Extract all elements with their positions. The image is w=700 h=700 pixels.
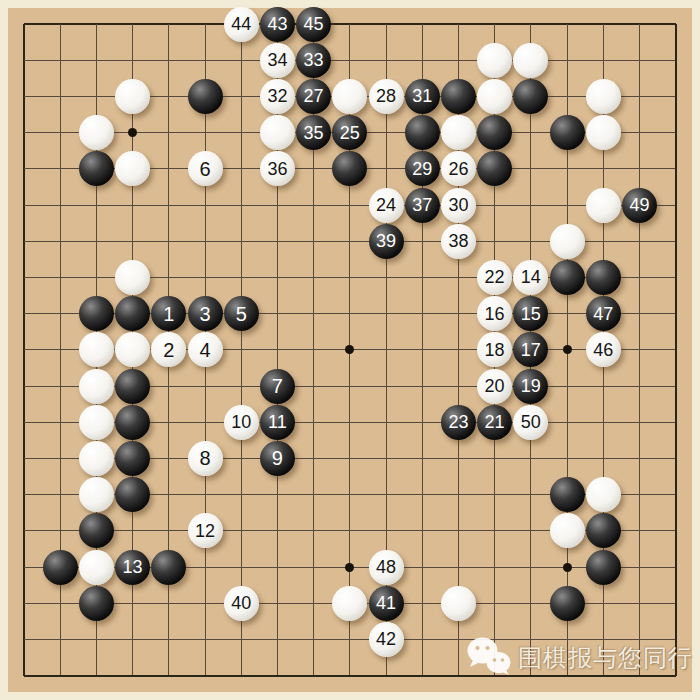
stone-white-44: 44	[224, 7, 259, 42]
stone-black-25: 25	[332, 115, 367, 150]
stone-black-15: 15	[513, 296, 548, 331]
stone-white	[79, 405, 114, 440]
move-number: 37	[412, 196, 432, 214]
stone-black-45: 45	[296, 7, 331, 42]
stone-white	[79, 550, 114, 585]
stone-white	[115, 332, 150, 367]
move-number: 32	[267, 87, 287, 105]
stone-white	[332, 79, 367, 114]
move-number: 44	[231, 15, 251, 33]
stone-black	[332, 151, 367, 186]
stone-black-11: 11	[260, 405, 295, 440]
move-number: 34	[267, 51, 287, 69]
move-number: 45	[304, 15, 324, 33]
move-number: 13	[123, 558, 143, 576]
stone-white-26: 26	[441, 151, 476, 186]
move-number: 29	[412, 160, 432, 178]
stone-black-39: 39	[369, 224, 404, 259]
move-number: 38	[448, 232, 468, 250]
stone-black	[477, 115, 512, 150]
move-number: 31	[412, 87, 432, 105]
stones-layer: 4443453433322728313525636292624373049393…	[0, 0, 700, 700]
move-number: 25	[340, 124, 360, 142]
stone-black	[586, 550, 621, 585]
stone-black-9: 9	[260, 441, 295, 476]
stone-white-14: 14	[513, 260, 548, 295]
move-number: 8	[199, 448, 210, 468]
stone-white-32: 32	[260, 79, 295, 114]
stone-white-24: 24	[369, 188, 404, 223]
move-number: 16	[485, 305, 505, 323]
move-number: 17	[521, 341, 541, 359]
stone-black	[79, 296, 114, 331]
move-number: 26	[448, 160, 468, 178]
stone-black-21: 21	[477, 405, 512, 440]
stone-black-33: 33	[296, 43, 331, 78]
move-number: 33	[304, 51, 324, 69]
stone-white-50: 50	[513, 405, 548, 440]
stone-white	[332, 586, 367, 621]
move-number: 18	[485, 341, 505, 359]
move-number: 6	[199, 159, 210, 179]
stone-white	[441, 115, 476, 150]
move-number: 9	[272, 448, 283, 468]
move-number: 27	[304, 87, 324, 105]
stone-black-47: 47	[586, 296, 621, 331]
move-number: 2	[163, 340, 174, 360]
stone-white-46: 46	[586, 332, 621, 367]
wechat-icon	[466, 636, 512, 680]
stone-white	[115, 260, 150, 295]
stone-white-18: 18	[477, 332, 512, 367]
go-diagram-screenshot: 4443453433322728313525636292624373049393…	[0, 0, 700, 700]
move-number: 30	[448, 196, 468, 214]
move-number: 22	[485, 268, 505, 286]
stone-black-37: 37	[405, 188, 440, 223]
stone-white	[79, 441, 114, 476]
stone-black	[115, 441, 150, 476]
stone-black	[79, 586, 114, 621]
stone-black-35: 35	[296, 115, 331, 150]
move-number: 12	[195, 522, 215, 540]
stone-white	[79, 477, 114, 512]
move-number: 28	[376, 87, 396, 105]
stone-black-23: 23	[441, 405, 476, 440]
stone-black-13: 13	[115, 550, 150, 585]
stone-black	[550, 115, 585, 150]
move-number: 21	[485, 413, 505, 431]
move-number: 43	[267, 15, 287, 33]
stone-white	[115, 79, 150, 114]
stone-black-17: 17	[513, 332, 548, 367]
stone-black	[115, 369, 150, 404]
stone-black	[441, 79, 476, 114]
stone-black	[550, 477, 585, 512]
stone-black	[115, 477, 150, 512]
stone-white-20: 20	[477, 369, 512, 404]
stone-white-48: 48	[369, 550, 404, 585]
stone-white-34: 34	[260, 43, 295, 78]
stone-white	[586, 79, 621, 114]
stone-white	[477, 43, 512, 78]
move-number: 42	[376, 630, 396, 648]
stone-white-40: 40	[224, 586, 259, 621]
stone-black-49: 49	[622, 188, 657, 223]
stone-white	[550, 513, 585, 548]
stone-white-12: 12	[188, 513, 223, 548]
stone-black	[586, 260, 621, 295]
stone-white	[586, 188, 621, 223]
move-number: 39	[376, 232, 396, 250]
stone-black	[151, 550, 186, 585]
stone-black-27: 27	[296, 79, 331, 114]
stone-black	[43, 550, 78, 585]
stone-black	[550, 260, 585, 295]
stone-black	[405, 115, 440, 150]
move-number: 46	[593, 341, 613, 359]
move-number: 24	[376, 196, 396, 214]
move-number: 23	[448, 413, 468, 431]
move-number: 7	[272, 376, 283, 396]
stone-black-31: 31	[405, 79, 440, 114]
stone-black	[79, 151, 114, 186]
move-number: 36	[267, 160, 287, 178]
stone-black	[115, 405, 150, 440]
stone-white-22: 22	[477, 260, 512, 295]
stone-black-19: 19	[513, 369, 548, 404]
stone-black-3: 3	[188, 296, 223, 331]
move-number: 4	[199, 340, 210, 360]
stone-black	[477, 151, 512, 186]
stone-black	[115, 296, 150, 331]
stone-white	[550, 224, 585, 259]
stone-white	[79, 369, 114, 404]
stone-black-41: 41	[369, 586, 404, 621]
stone-white	[586, 115, 621, 150]
stone-white-36: 36	[260, 151, 295, 186]
stone-white	[79, 332, 114, 367]
move-number: 49	[629, 196, 649, 214]
stone-black	[586, 513, 621, 548]
stone-white-6: 6	[188, 151, 223, 186]
stone-black-5: 5	[224, 296, 259, 331]
move-number: 41	[376, 594, 396, 612]
move-number: 47	[593, 305, 613, 323]
stone-white-28: 28	[369, 79, 404, 114]
move-number: 10	[231, 413, 251, 431]
stone-black-7: 7	[260, 369, 295, 404]
move-number: 35	[304, 124, 324, 142]
move-number: 5	[236, 304, 247, 324]
stone-white	[79, 115, 114, 150]
move-number: 15	[521, 305, 541, 323]
stone-white	[477, 79, 512, 114]
stone-white-30: 30	[441, 188, 476, 223]
stone-black-1: 1	[151, 296, 186, 331]
move-number: 11	[268, 413, 287, 431]
stone-white-4: 4	[188, 332, 223, 367]
move-number: 48	[376, 558, 396, 576]
stone-white	[115, 151, 150, 186]
stone-black	[550, 586, 585, 621]
stone-white	[260, 115, 295, 150]
stone-white-42: 42	[369, 622, 404, 657]
move-number: 1	[163, 304, 174, 324]
stone-white	[441, 586, 476, 621]
move-number: 14	[521, 268, 541, 286]
stone-white-10: 10	[224, 405, 259, 440]
move-number: 50	[521, 413, 541, 431]
watermark: 围棋报与您同行	[466, 636, 693, 680]
stone-white-8: 8	[188, 441, 223, 476]
move-number: 20	[485, 377, 505, 395]
move-number: 40	[231, 594, 251, 612]
stone-white-16: 16	[477, 296, 512, 331]
stone-black-43: 43	[260, 7, 295, 42]
stone-white-2: 2	[151, 332, 186, 367]
stone-black-29: 29	[405, 151, 440, 186]
stone-white	[513, 43, 548, 78]
stone-black	[188, 79, 223, 114]
stone-black	[513, 79, 548, 114]
move-number: 3	[199, 304, 210, 324]
move-number: 19	[521, 377, 541, 395]
watermark-text: 围棋报与您同行	[518, 642, 693, 674]
stone-black	[79, 513, 114, 548]
stone-white	[586, 477, 621, 512]
stone-white-38: 38	[441, 224, 476, 259]
